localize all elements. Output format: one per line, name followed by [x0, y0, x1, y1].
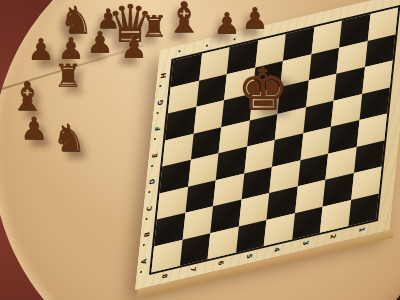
dark-rook[interactable]: ♜: [54, 60, 83, 92]
border-screw-dot: [143, 244, 145, 247]
board-square-a4[interactable]: [264, 213, 295, 246]
border-screw-dot: [140, 270, 142, 273]
board-square-a6[interactable]: [208, 226, 239, 259]
rank-label: 2: [328, 230, 338, 244]
file-label: C: [145, 201, 155, 215]
board-square-a8[interactable]: [151, 239, 182, 272]
dark-bishop[interactable]: ♝: [165, 0, 203, 39]
board-square-a1[interactable]: [348, 193, 379, 226]
file-label: H: [159, 69, 169, 83]
file-label: A: [139, 254, 149, 268]
border-screw-dot: [206, 45, 208, 48]
file-label: D: [148, 175, 158, 189]
border-screw-dot: [154, 138, 156, 141]
border-screw-dot: [178, 50, 180, 53]
rank-label: 7: [188, 263, 198, 277]
border-screw-dot: [148, 191, 150, 194]
file-label: F: [153, 122, 163, 136]
board-square-a7[interactable]: [179, 233, 210, 266]
border-screw-dot: [156, 111, 158, 114]
dark-pawn[interactable]: ♟: [28, 35, 55, 65]
rank-label: 3: [300, 236, 310, 250]
file-label: B: [142, 228, 152, 242]
file-label: G: [156, 95, 166, 109]
board-square-a3[interactable]: [292, 206, 323, 239]
dark-pawn[interactable]: ♟: [121, 33, 148, 63]
rank-label: 6: [216, 256, 226, 270]
file-label: E: [150, 148, 160, 162]
border-screw-dot: [145, 217, 147, 220]
board-square-a5[interactable]: [236, 220, 267, 253]
scene: HGFEDCBA87654321 ♞♟♟♟♛♟♜♝♟♟♟♜♝♟♞♚: [0, 0, 400, 300]
dark-pawn[interactable]: ♟: [87, 28, 114, 58]
rank-label: 8: [160, 269, 170, 283]
rank-label: 1: [356, 223, 366, 237]
dark-king-on-f5[interactable]: ♚: [237, 61, 289, 119]
dark-pawn[interactable]: ♟: [242, 4, 269, 34]
dark-knight[interactable]: ♞: [52, 119, 86, 157]
dark-pawn[interactable]: ♟: [214, 9, 241, 39]
border-screw-dot: [151, 164, 153, 167]
dark-pawn[interactable]: ♟: [20, 113, 48, 144]
border-screw-dot: [159, 85, 161, 88]
rank-label: 4: [272, 243, 282, 257]
rank-label: 5: [244, 249, 254, 263]
board-square-a2[interactable]: [320, 200, 351, 233]
